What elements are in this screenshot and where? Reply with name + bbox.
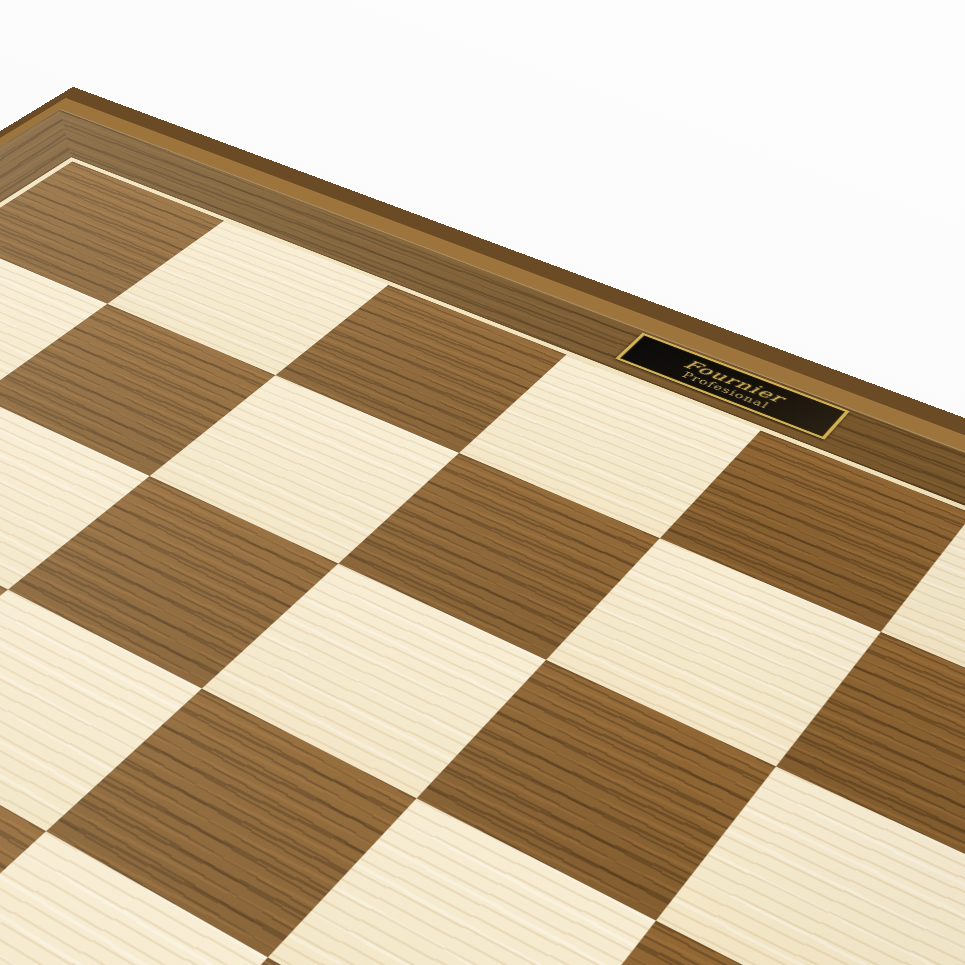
chess-board: Fournier Profesional [0,108,965,965]
photo-stage: Fournier Profesional [0,0,965,965]
